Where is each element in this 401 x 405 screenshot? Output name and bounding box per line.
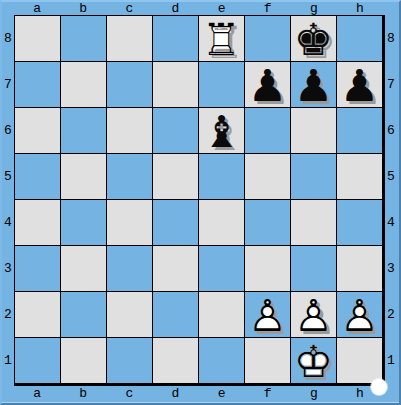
- white-to-move-indicator: [371, 379, 387, 395]
- square-c4[interactable]: [107, 200, 152, 245]
- square-g4[interactable]: [291, 200, 336, 245]
- file-label-b-bottom: b: [60, 386, 106, 403]
- square-b2[interactable]: [61, 292, 106, 337]
- white-pawn-outline: ♙: [291, 292, 336, 337]
- file-label-c-bottom: c: [106, 386, 152, 403]
- rank-label-8-left: 8: [2, 15, 14, 61]
- rank-label-4-right: 4: [383, 200, 399, 246]
- square-c2[interactable]: [107, 292, 152, 337]
- piece-black-pawn-f7[interactable]: ♟: [245, 62, 290, 107]
- square-f1[interactable]: [245, 338, 290, 383]
- square-d5[interactable]: [153, 154, 198, 199]
- rank-label-5-left: 5: [2, 153, 14, 199]
- piece-black-pawn-g7[interactable]: ♟: [291, 62, 336, 107]
- rank-label-6-right: 6: [383, 107, 399, 153]
- file-label-a-bottom: a: [14, 386, 60, 403]
- square-h2[interactable]: ♟♙: [337, 292, 382, 337]
- square-e3[interactable]: [199, 246, 244, 291]
- square-b8[interactable]: [61, 16, 106, 61]
- rank-label-8-right: 8: [383, 15, 399, 61]
- file-label-e-bottom: e: [199, 386, 245, 403]
- square-g3[interactable]: [291, 246, 336, 291]
- black-king-glyph: ♚: [291, 16, 336, 61]
- square-a7[interactable]: [15, 62, 60, 107]
- white-rook-outline: ♖: [199, 16, 244, 61]
- rank-label-6-left: 6: [2, 107, 14, 153]
- piece-black-bishop-e6[interactable]: ♝: [199, 108, 244, 153]
- square-a3[interactable]: [15, 246, 60, 291]
- square-d8[interactable]: [153, 16, 198, 61]
- square-h6[interactable]: [337, 108, 382, 153]
- square-h4[interactable]: [337, 200, 382, 245]
- file-label-d-top: d: [152, 2, 198, 15]
- square-b7[interactable]: [61, 62, 106, 107]
- square-f2[interactable]: ♟♙: [245, 292, 290, 337]
- rank-label-3-right: 3: [383, 246, 399, 292]
- square-f3[interactable]: [245, 246, 290, 291]
- square-g7[interactable]: ♟: [291, 62, 336, 107]
- square-b6[interactable]: [61, 108, 106, 153]
- square-d6[interactable]: [153, 108, 198, 153]
- chess-board-panel: abcdefgh 87654321 ♜♖♚♟♟♟♝♟♙♟♙♟♙♚♔ 876543…: [0, 0, 401, 405]
- square-e5[interactable]: [199, 154, 244, 199]
- square-c5[interactable]: [107, 154, 152, 199]
- file-label-f-bottom: f: [245, 386, 291, 403]
- file-label-h-top: h: [337, 2, 383, 15]
- black-pawn-glyph: ♟: [337, 62, 382, 107]
- square-d2[interactable]: [153, 292, 198, 337]
- square-b4[interactable]: [61, 200, 106, 245]
- square-g6[interactable]: [291, 108, 336, 153]
- file-label-f-top: f: [245, 2, 291, 15]
- square-h1[interactable]: [337, 338, 382, 383]
- piece-white-pawn-f2[interactable]: ♟♙: [245, 292, 290, 337]
- rank-labels-left: 87654321: [2, 15, 14, 384]
- square-e4[interactable]: [199, 200, 244, 245]
- black-pawn-glyph: ♟: [245, 62, 290, 107]
- square-c3[interactable]: [107, 246, 152, 291]
- square-a6[interactable]: [15, 108, 60, 153]
- square-a2[interactable]: [15, 292, 60, 337]
- rank-label-7-left: 7: [2, 61, 14, 107]
- square-b5[interactable]: [61, 154, 106, 199]
- piece-white-king-g1[interactable]: ♚♔: [291, 338, 336, 383]
- square-a1[interactable]: [15, 338, 60, 383]
- square-e2[interactable]: [199, 292, 244, 337]
- square-g8[interactable]: ♚: [291, 16, 336, 61]
- rank-labels-right: 87654321: [383, 15, 399, 384]
- square-a5[interactable]: [15, 154, 60, 199]
- file-label-b-top: b: [60, 2, 106, 15]
- rank-label-1-left: 1: [2, 338, 14, 384]
- square-h8[interactable]: [337, 16, 382, 61]
- square-f8[interactable]: [245, 16, 290, 61]
- rank-label-3-left: 3: [2, 246, 14, 292]
- square-c6[interactable]: [107, 108, 152, 153]
- square-g1[interactable]: ♚♔: [291, 338, 336, 383]
- piece-black-king-g8[interactable]: ♚: [291, 16, 336, 61]
- square-h5[interactable]: [337, 154, 382, 199]
- file-labels-bottom: abcdefgh: [14, 386, 383, 403]
- square-h7[interactable]: ♟: [337, 62, 382, 107]
- square-h3[interactable]: [337, 246, 382, 291]
- square-d3[interactable]: [153, 246, 198, 291]
- square-e6[interactable]: ♝: [199, 108, 244, 153]
- rank-label-4-left: 4: [2, 200, 14, 246]
- square-e7[interactable]: [199, 62, 244, 107]
- rank-label-2-right: 2: [383, 292, 399, 338]
- white-king-outline: ♔: [291, 338, 336, 383]
- file-label-c-top: c: [106, 2, 152, 15]
- black-bishop-glyph: ♝: [199, 108, 244, 153]
- square-g2[interactable]: ♟♙: [291, 292, 336, 337]
- piece-black-pawn-h7[interactable]: ♟: [337, 62, 382, 107]
- square-f4[interactable]: [245, 200, 290, 245]
- rank-label-1-right: 1: [383, 338, 399, 384]
- square-a4[interactable]: [15, 200, 60, 245]
- piece-white-pawn-h2[interactable]: ♟♙: [337, 292, 382, 337]
- square-f6[interactable]: [245, 108, 290, 153]
- square-b1[interactable]: [61, 338, 106, 383]
- white-pawn-outline: ♙: [245, 292, 290, 337]
- white-pawn-outline: ♙: [337, 292, 382, 337]
- piece-white-pawn-g2[interactable]: ♟♙: [291, 292, 336, 337]
- square-d4[interactable]: [153, 200, 198, 245]
- square-g5[interactable]: [291, 154, 336, 199]
- square-b3[interactable]: [61, 246, 106, 291]
- rank-label-7-right: 7: [383, 61, 399, 107]
- file-label-a-top: a: [14, 2, 60, 15]
- square-d7[interactable]: [153, 62, 198, 107]
- square-c8[interactable]: [107, 16, 152, 61]
- square-e1[interactable]: [199, 338, 244, 383]
- square-f7[interactable]: ♟: [245, 62, 290, 107]
- file-label-g-bottom: g: [291, 386, 337, 403]
- rank-label-5-right: 5: [383, 153, 399, 199]
- square-c1[interactable]: [107, 338, 152, 383]
- rank-label-2-left: 2: [2, 292, 14, 338]
- square-c7[interactable]: [107, 62, 152, 107]
- file-label-d-bottom: d: [152, 386, 198, 403]
- square-e8[interactable]: ♜♖: [199, 16, 244, 61]
- square-a8[interactable]: [15, 16, 60, 61]
- black-pawn-glyph: ♟: [291, 62, 336, 107]
- square-f5[interactable]: [245, 154, 290, 199]
- piece-white-rook-e8[interactable]: ♜♖: [199, 16, 244, 61]
- square-d1[interactable]: [153, 338, 198, 383]
- chess-board: ♜♖♚♟♟♟♝♟♙♟♙♟♙♚♔: [14, 15, 385, 386]
